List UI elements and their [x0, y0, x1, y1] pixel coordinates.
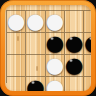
- board-grid: ●●●●●●●●●●: [6, 10, 91, 83]
- cell-r1c1[interactable]: ●: [7, 11, 26, 33]
- stone-highlight: [50, 37, 54, 41]
- black-stone: ●: [26, 77, 44, 92]
- cell-r3c4[interactable]: ●: [65, 55, 84, 77]
- stone-highlight: [69, 59, 73, 63]
- cell-r4c3[interactable]: ●: [46, 77, 65, 91]
- white-stone: ●: [46, 77, 64, 92]
- black-stone: ●: [65, 55, 83, 76]
- stone-highlight: [31, 81, 35, 85]
- white-stone: ●: [46, 55, 64, 76]
- stone-highlight: [89, 37, 91, 41]
- cell-r2c2[interactable]: [26, 33, 45, 55]
- black-stone: ●: [46, 33, 64, 54]
- cell-r2c1[interactable]: [7, 33, 26, 55]
- app-icon-frame: ●●●●●●●●●●: [0, 0, 96, 96]
- gomoku-board: ●●●●●●●●●●: [5, 5, 91, 91]
- white-stone: ●: [26, 11, 44, 32]
- white-stone: ●: [7, 11, 25, 32]
- stone-highlight: [69, 37, 73, 41]
- white-stone: ●: [46, 11, 64, 32]
- black-stone: ●: [65, 33, 83, 54]
- black-stone: ●: [84, 33, 91, 54]
- cell-r4c1[interactable]: [7, 77, 26, 91]
- cell-r2c5[interactable]: ●: [84, 33, 91, 55]
- cell-r4c2[interactable]: ●: [26, 77, 45, 91]
- cell-r3c1[interactable]: [7, 55, 26, 77]
- cell-r4c4[interactable]: [65, 77, 84, 91]
- cell-r4c5[interactable]: [84, 77, 91, 91]
- cell-r3c5[interactable]: [84, 55, 91, 77]
- cell-r1c2[interactable]: ●: [26, 11, 45, 33]
